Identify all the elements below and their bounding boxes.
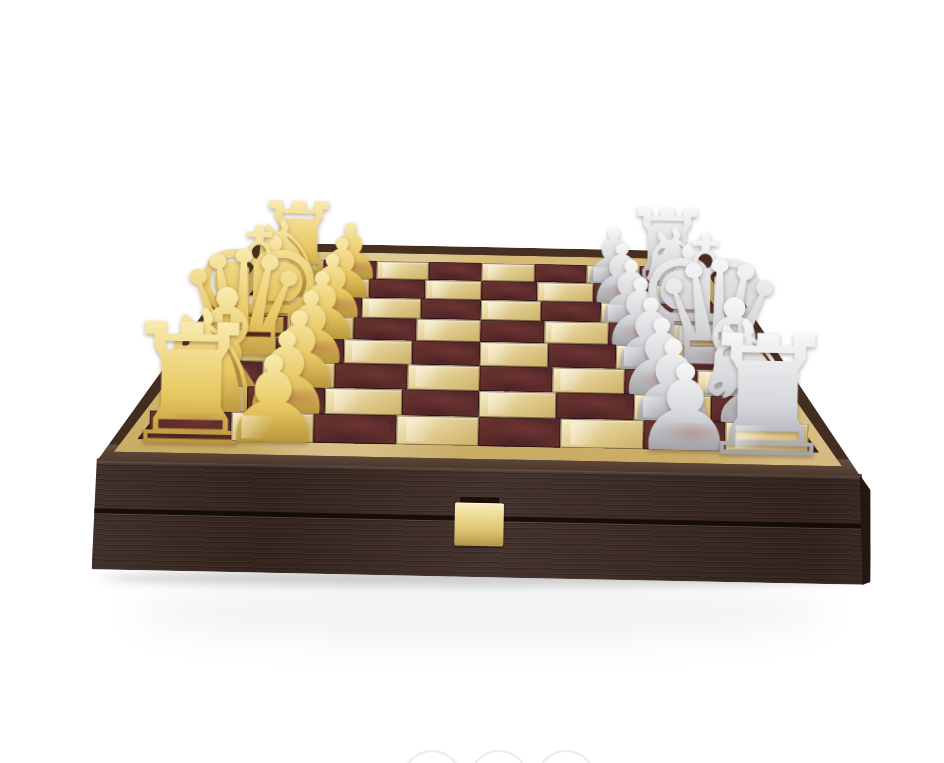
square-f4[interactable]	[421, 298, 481, 320]
square-g3[interactable]	[369, 278, 425, 298]
square-e3[interactable]	[353, 317, 417, 340]
square-a5[interactable]	[478, 417, 561, 447]
square-c5[interactable]	[479, 366, 552, 392]
chess-box-product: ♜♟♟♜♞♟♟♞♝♟♟♝♚♟♟♚♛♟♟♛♝♟♟♝♞♟♟♞♜♟♟♜	[0, 0, 944, 763]
square-d3[interactable]	[344, 339, 412, 364]
square-g4[interactable]	[425, 279, 481, 299]
square-d5[interactable]	[480, 342, 548, 367]
piece-gold-pawn[interactable]: ♟	[218, 340, 328, 462]
scene: ♜♟♟♜♞♟♟♞♝♟♟♝♚♟♟♚♛♟♟♛♝♟♟♝♞♟♟♞♜♟♟♜	[0, 0, 944, 763]
square-d4[interactable]	[412, 341, 480, 366]
square-f3[interactable]	[361, 297, 421, 319]
board-rank-row: ♜♟♟♜	[149, 410, 808, 452]
square-a3[interactable]	[313, 414, 396, 444]
square-b4[interactable]	[402, 389, 480, 417]
square-g5[interactable]	[481, 281, 537, 301]
square-h5[interactable]	[482, 263, 535, 282]
piece-silver-rook[interactable]: ♜	[691, 312, 844, 482]
square-e5[interactable]	[480, 320, 544, 343]
square-a4[interactable]	[396, 415, 479, 445]
square-h4[interactable]	[429, 262, 482, 281]
square-c4[interactable]	[407, 364, 480, 390]
square-b5[interactable]	[479, 391, 557, 419]
chessboard-grid: ♜♟♟♜♞♟♟♞♝♟♟♝♚♟♟♚♛♟♟♛♝♟♟♝♞♟♟♞♜♟♟♜	[0, 0, 944, 763]
square-a8[interactable]: ♜	[725, 422, 808, 452]
square-e4[interactable]	[417, 319, 481, 342]
square-a2[interactable]: ♟	[231, 412, 314, 442]
square-f5[interactable]	[481, 300, 541, 322]
square-h3[interactable]	[376, 261, 429, 280]
square-c3[interactable]	[334, 363, 407, 389]
square-b3[interactable]	[324, 387, 402, 415]
